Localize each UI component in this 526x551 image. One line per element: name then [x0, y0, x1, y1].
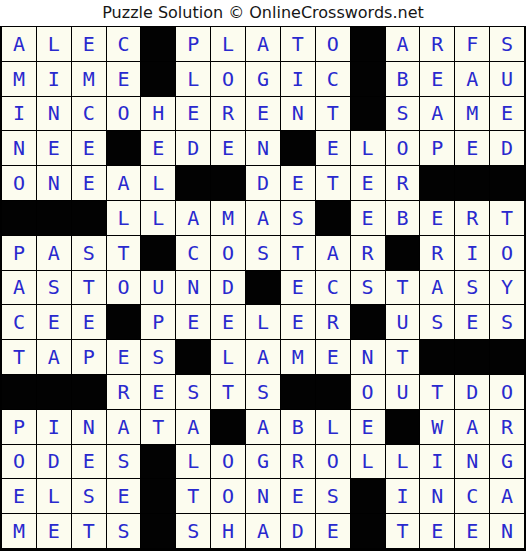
letter-cell: S [281, 201, 315, 235]
letter-cell: Y [490, 271, 524, 305]
letter-cell: A [37, 340, 71, 374]
letter-cell: N [490, 514, 524, 548]
block-cell [281, 375, 315, 409]
letter-cell: G [490, 445, 524, 479]
letter-cell: I [386, 479, 420, 513]
letter-cell: P [420, 131, 454, 165]
letter-cell: O [107, 97, 141, 131]
letter-cell: A [107, 166, 141, 200]
letter-cell: A [37, 236, 71, 270]
letter-cell: O [351, 375, 385, 409]
letter-cell: N [37, 97, 71, 131]
letter-cell: R [281, 445, 315, 479]
letter-cell: O [490, 375, 524, 409]
letter-cell: A [316, 236, 350, 270]
letter-cell: L [351, 131, 385, 165]
letter-cell: I [2, 97, 36, 131]
letter-cell: E [37, 305, 71, 339]
letter-cell: N [246, 131, 280, 165]
letter-cell: S [176, 514, 210, 548]
letter-cell: L [37, 479, 71, 513]
letter-cell: F [455, 27, 489, 61]
letter-cell: A [107, 410, 141, 444]
letter-cell: S [72, 236, 106, 270]
letter-cell: E [72, 131, 106, 165]
letter-cell: E [211, 305, 245, 339]
letter-cell: E [281, 305, 315, 339]
letter-cell: I [37, 410, 71, 444]
block-cell [386, 410, 420, 444]
block-cell [455, 166, 489, 200]
letter-cell: N [351, 340, 385, 374]
letter-cell: T [72, 514, 106, 548]
letter-cell: N [72, 410, 106, 444]
letter-cell: C [107, 27, 141, 61]
block-cell [351, 479, 385, 513]
letter-cell: L [141, 166, 175, 200]
letter-cell: T [72, 271, 106, 305]
letter-cell: M [211, 201, 245, 235]
letter-cell: L [37, 27, 71, 61]
block-cell [281, 131, 315, 165]
block-cell [316, 201, 350, 235]
letter-cell: P [176, 27, 210, 61]
letter-cell: A [420, 271, 454, 305]
letter-cell: S [316, 479, 350, 513]
letter-cell: E [141, 375, 175, 409]
block-cell [490, 340, 524, 374]
letter-cell: R [107, 375, 141, 409]
letter-cell: O [107, 271, 141, 305]
letter-cell: P [72, 340, 106, 374]
letter-cell: N [246, 479, 280, 513]
letter-cell: D [490, 131, 524, 165]
letter-cell: L [211, 27, 245, 61]
letter-cell: O [2, 166, 36, 200]
letter-cell: L [107, 201, 141, 235]
letter-cell: O [211, 236, 245, 270]
letter-cell: T [281, 236, 315, 270]
letter-cell: E [281, 271, 315, 305]
letter-cell: L [141, 201, 175, 235]
letter-cell: S [351, 271, 385, 305]
letter-cell: T [176, 479, 210, 513]
letter-cell: C [72, 97, 106, 131]
letter-cell: R [420, 236, 454, 270]
letter-cell: N [37, 166, 71, 200]
letter-cell: A [455, 62, 489, 96]
letter-cell: C [2, 305, 36, 339]
letter-cell: E [176, 97, 210, 131]
letter-cell: S [37, 271, 71, 305]
letter-cell: B [386, 62, 420, 96]
letter-cell: T [316, 97, 350, 131]
letter-cell: I [37, 62, 71, 96]
block-cell [37, 375, 71, 409]
block-cell [176, 166, 210, 200]
letter-cell: S [455, 271, 489, 305]
letter-cell: D [176, 131, 210, 165]
letter-cell: A [246, 410, 280, 444]
letter-cell: T [316, 166, 350, 200]
letter-cell: E [490, 97, 524, 131]
letter-cell: O [211, 62, 245, 96]
letter-cell: E [351, 166, 385, 200]
letter-cell: D [281, 514, 315, 548]
letter-cell: L [246, 305, 280, 339]
letter-cell: E [107, 62, 141, 96]
block-cell [107, 305, 141, 339]
block-cell [211, 410, 245, 444]
letter-cell: E [281, 479, 315, 513]
letter-cell: A [386, 27, 420, 61]
block-cell [141, 514, 175, 548]
block-cell [386, 236, 420, 270]
letter-cell: R [455, 201, 489, 235]
letter-cell: R [490, 410, 524, 444]
letter-cell: C [176, 236, 210, 270]
letter-cell: A [246, 514, 280, 548]
letter-cell: T [281, 27, 315, 61]
block-cell [141, 479, 175, 513]
letter-cell: L [351, 445, 385, 479]
letter-cell: N [455, 445, 489, 479]
letter-cell: A [246, 340, 280, 374]
letter-cell: T [386, 514, 420, 548]
letter-cell: S [72, 479, 106, 513]
letter-cell: B [386, 201, 420, 235]
block-cell [316, 375, 350, 409]
letter-cell: A [455, 410, 489, 444]
letter-cell: P [141, 305, 175, 339]
puzzle-solution-page: Puzzle Solution © OnlineCrosswords.net A… [0, 0, 526, 551]
letter-cell: M [2, 514, 36, 548]
letter-cell: T [490, 201, 524, 235]
block-cell [420, 166, 454, 200]
block-cell [141, 62, 175, 96]
letter-cell: E [455, 514, 489, 548]
letter-cell: M [72, 62, 106, 96]
block-cell [107, 131, 141, 165]
letter-cell: T [107, 236, 141, 270]
letter-cell: E [351, 410, 385, 444]
block-cell [420, 340, 454, 374]
letter-cell: S [107, 514, 141, 548]
letter-cell: B [281, 410, 315, 444]
block-cell [455, 340, 489, 374]
letter-cell: R [211, 97, 245, 131]
letter-cell: A [420, 97, 454, 131]
letter-cell: L [386, 445, 420, 479]
letter-cell: W [420, 410, 454, 444]
letter-cell: M [281, 340, 315, 374]
letter-cell: E [316, 514, 350, 548]
block-cell [2, 201, 36, 235]
letter-cell: S [386, 97, 420, 131]
letter-cell: T [386, 271, 420, 305]
letter-cell: E [420, 62, 454, 96]
letter-cell: S [141, 340, 175, 374]
letter-cell: S [176, 375, 210, 409]
letter-cell: S [246, 236, 280, 270]
letter-cell: E [37, 514, 71, 548]
letter-cell: A [490, 479, 524, 513]
letter-cell: C [316, 62, 350, 96]
letter-cell: D [37, 445, 71, 479]
letter-cell: L [211, 340, 245, 374]
letter-cell: A [2, 27, 36, 61]
block-cell [72, 375, 106, 409]
block-cell [351, 62, 385, 96]
letter-cell: L [176, 62, 210, 96]
letter-cell: O [490, 236, 524, 270]
letter-cell: E [72, 27, 106, 61]
letter-cell: O [316, 445, 350, 479]
crossword-grid: ALECPLATOARFSMIMELOGICBEAUINCOHERENTSAME… [0, 26, 526, 551]
block-cell [141, 236, 175, 270]
letter-cell: D [455, 375, 489, 409]
letter-cell: E [281, 166, 315, 200]
block-cell [2, 375, 36, 409]
letter-cell: D [211, 271, 245, 305]
letter-cell: E [107, 479, 141, 513]
letter-cell: I [420, 445, 454, 479]
letter-cell: S [490, 305, 524, 339]
block-cell [37, 201, 71, 235]
block-cell [351, 27, 385, 61]
letter-cell: A [246, 27, 280, 61]
letter-cell: T [386, 340, 420, 374]
letter-cell: R [386, 166, 420, 200]
letter-cell: G [246, 62, 280, 96]
letter-cell: M [455, 97, 489, 131]
letter-cell: S [420, 305, 454, 339]
letter-cell: O [211, 445, 245, 479]
letter-cell: S [490, 27, 524, 61]
letter-cell: O [316, 27, 350, 61]
block-cell [351, 305, 385, 339]
letter-cell: E [316, 340, 350, 374]
letter-cell: E [141, 131, 175, 165]
letter-cell: M [2, 62, 36, 96]
block-cell [246, 271, 280, 305]
letter-cell: N [420, 479, 454, 513]
block-cell [141, 27, 175, 61]
letter-cell: S [107, 445, 141, 479]
letter-cell: T [420, 375, 454, 409]
letter-cell: U [490, 62, 524, 96]
letter-cell: A [176, 410, 210, 444]
letter-cell: E [2, 479, 36, 513]
letter-cell: E [455, 131, 489, 165]
letter-cell: D [246, 166, 280, 200]
letter-cell: E [72, 166, 106, 200]
letter-cell: E [420, 201, 454, 235]
letter-cell: R [351, 236, 385, 270]
letter-cell: I [281, 62, 315, 96]
block-cell [141, 445, 175, 479]
letter-cell: S [246, 375, 280, 409]
letter-cell: C [455, 479, 489, 513]
block-cell [176, 340, 210, 374]
letter-cell: E [176, 305, 210, 339]
letter-cell: G [246, 445, 280, 479]
letter-cell: T [141, 410, 175, 444]
letter-cell: A [246, 201, 280, 235]
letter-cell: E [211, 131, 245, 165]
letter-cell: L [176, 445, 210, 479]
letter-cell: E [351, 201, 385, 235]
block-cell [72, 201, 106, 235]
letter-cell: E [455, 305, 489, 339]
letter-cell: L [316, 410, 350, 444]
letter-cell: O [211, 479, 245, 513]
letter-cell: T [2, 340, 36, 374]
block-cell [351, 97, 385, 131]
block-cell [351, 514, 385, 548]
letter-cell: E [72, 445, 106, 479]
letter-cell: T [211, 375, 245, 409]
letter-cell: N [281, 97, 315, 131]
letter-cell: U [386, 375, 420, 409]
letter-cell: N [176, 271, 210, 305]
letter-cell: A [2, 271, 36, 305]
letter-cell: E [37, 131, 71, 165]
letter-cell: E [246, 97, 280, 131]
letter-cell: A [176, 201, 210, 235]
letter-cell: H [141, 97, 175, 131]
letter-cell: E [72, 305, 106, 339]
letter-cell: C [316, 271, 350, 305]
letter-cell: H [211, 514, 245, 548]
page-title: Puzzle Solution © OnlineCrosswords.net [0, 0, 526, 26]
letter-cell: E [420, 514, 454, 548]
letter-cell: P [2, 236, 36, 270]
letter-cell: R [316, 305, 350, 339]
letter-cell: R [420, 27, 454, 61]
letter-cell: U [386, 305, 420, 339]
letter-cell: O [386, 131, 420, 165]
letter-cell: P [2, 410, 36, 444]
letter-cell: I [455, 236, 489, 270]
block-cell [490, 166, 524, 200]
block-cell [211, 166, 245, 200]
letter-cell: U [141, 271, 175, 305]
letter-cell: E [107, 340, 141, 374]
letter-cell: O [2, 445, 36, 479]
letter-cell: E [316, 131, 350, 165]
letter-cell: N [2, 131, 36, 165]
